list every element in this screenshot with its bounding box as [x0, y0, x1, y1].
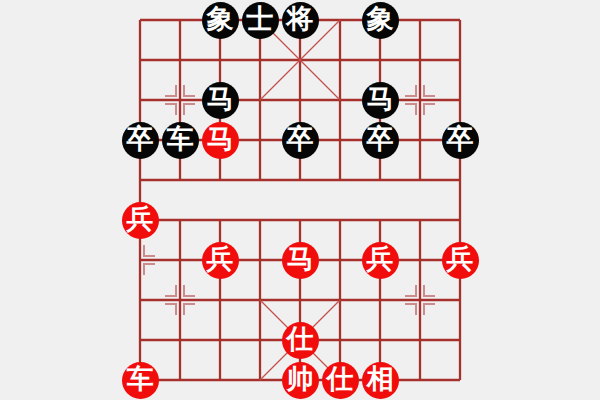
black-advisor[interactable]: 士	[242, 2, 279, 39]
piece-glyph: 象	[207, 6, 234, 33]
piece-glyph: 卒	[367, 126, 394, 153]
piece-glyph: 车	[167, 126, 194, 153]
black-soldier[interactable]: 卒	[362, 122, 399, 159]
piece-glyph: 兵	[207, 246, 234, 273]
red-general[interactable]: 帅	[282, 362, 319, 399]
black-horse[interactable]: 马	[362, 82, 399, 119]
red-horse[interactable]: 马	[202, 122, 239, 159]
black-horse[interactable]: 马	[202, 82, 239, 119]
red-chariot[interactable]: 车	[122, 362, 159, 399]
red-advisor[interactable]: 仕	[282, 322, 319, 359]
black-soldier[interactable]: 卒	[442, 122, 479, 159]
red-horse[interactable]: 马	[282, 242, 319, 279]
black-soldier[interactable]: 卒	[122, 122, 159, 159]
red-elephant[interactable]: 相	[362, 362, 399, 399]
piece-glyph: 马	[207, 126, 234, 153]
piece-glyph: 仕	[327, 366, 354, 393]
xiangqi-board[interactable]: 象士将象马马卒车马卒卒卒兵兵马兵兵仕车帅仕相	[0, 0, 600, 400]
black-elephant[interactable]: 象	[362, 2, 399, 39]
piece-glyph: 仕	[287, 326, 314, 353]
piece-glyph: 卒	[447, 126, 474, 153]
piece-glyph: 象	[367, 6, 394, 33]
black-chariot[interactable]: 车	[162, 122, 199, 159]
piece-glyph: 将	[287, 6, 314, 33]
red-soldier[interactable]: 兵	[362, 242, 399, 279]
red-soldier[interactable]: 兵	[122, 202, 159, 239]
piece-glyph: 兵	[127, 206, 154, 233]
black-soldier[interactable]: 卒	[282, 122, 319, 159]
piece-glyph: 马	[207, 86, 234, 113]
piece-glyph: 卒	[127, 126, 154, 153]
piece-glyph: 相	[367, 366, 394, 393]
red-soldier[interactable]: 兵	[202, 242, 239, 279]
piece-glyph: 马	[367, 86, 394, 113]
piece-glyph: 卒	[287, 126, 314, 153]
black-general[interactable]: 将	[282, 2, 319, 39]
black-elephant[interactable]: 象	[202, 2, 239, 39]
piece-glyph: 帅	[287, 366, 314, 393]
piece-layer: 象士将象马马卒车马卒卒卒兵兵马兵兵仕车帅仕相	[120, 0, 480, 400]
piece-glyph: 马	[287, 246, 314, 273]
piece-glyph: 车	[127, 366, 154, 393]
piece-glyph: 兵	[447, 246, 474, 273]
red-soldier[interactable]: 兵	[442, 242, 479, 279]
piece-glyph: 兵	[367, 246, 394, 273]
piece-glyph: 士	[247, 6, 274, 33]
red-advisor[interactable]: 仕	[322, 362, 359, 399]
